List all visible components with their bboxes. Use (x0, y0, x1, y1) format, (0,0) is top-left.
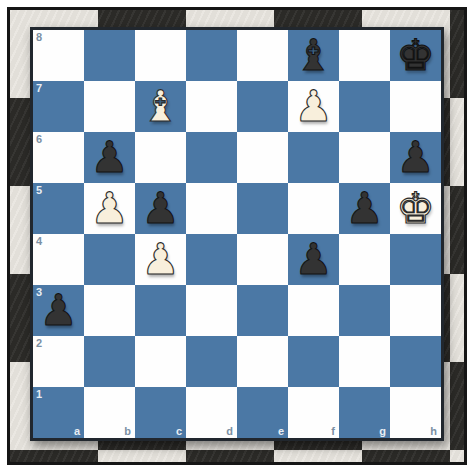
square-b3[interactable] (84, 285, 135, 336)
square-d8[interactable] (186, 30, 237, 81)
square-h6[interactable]: ♟ (390, 132, 441, 183)
file-label-f: f (331, 425, 335, 437)
square-b5[interactable]: ♟ (84, 183, 135, 234)
square-d6[interactable] (186, 132, 237, 183)
square-c4[interactable]: ♟ (135, 234, 186, 285)
file-label-b: b (124, 425, 131, 437)
square-b8[interactable] (84, 30, 135, 81)
square-a5[interactable]: 5 (33, 183, 84, 234)
piece-black-pawn[interactable]: ♟ (390, 132, 441, 183)
square-d3[interactable] (186, 285, 237, 336)
screenshot-root: 8♝♚7♝♟6♟♟5♟♟♟♚4♟♟3♟21abcdefgh (0, 0, 474, 471)
square-g7[interactable] (339, 81, 390, 132)
square-f3[interactable] (288, 285, 339, 336)
square-c6[interactable] (135, 132, 186, 183)
square-e4[interactable] (237, 234, 288, 285)
rank-label-4: 4 (36, 235, 42, 247)
piece-white-king[interactable]: ♚ (390, 183, 441, 234)
rank-label-1: 1 (36, 388, 42, 400)
square-e3[interactable] (237, 285, 288, 336)
square-f5[interactable] (288, 183, 339, 234)
square-a3[interactable]: 3♟ (33, 285, 84, 336)
square-d7[interactable] (186, 81, 237, 132)
file-label-d: d (226, 425, 233, 437)
square-d5[interactable] (186, 183, 237, 234)
square-f4[interactable]: ♟ (288, 234, 339, 285)
rank-label-8: 8 (36, 31, 42, 43)
square-c2[interactable] (135, 336, 186, 387)
file-label-a: a (74, 425, 80, 437)
rank-label-5: 5 (36, 184, 42, 196)
square-b2[interactable] (84, 336, 135, 387)
piece-white-bishop[interactable]: ♝ (135, 81, 186, 132)
square-c1[interactable]: c (135, 387, 186, 438)
square-c3[interactable] (135, 285, 186, 336)
square-a7[interactable]: 7 (33, 81, 84, 132)
piece-white-pawn[interactable]: ♟ (288, 81, 339, 132)
square-f6[interactable] (288, 132, 339, 183)
file-label-e: e (278, 425, 284, 437)
square-f8[interactable]: ♝ (288, 30, 339, 81)
square-e5[interactable] (237, 183, 288, 234)
piece-black-pawn[interactable]: ♟ (339, 183, 390, 234)
square-h7[interactable] (390, 81, 441, 132)
square-g1[interactable]: g (339, 387, 390, 438)
square-b1[interactable]: b (84, 387, 135, 438)
piece-white-pawn[interactable]: ♟ (135, 234, 186, 285)
rank-label-7: 7 (36, 82, 42, 94)
square-e6[interactable] (237, 132, 288, 183)
piece-black-pawn[interactable]: ♟ (288, 234, 339, 285)
square-b6[interactable]: ♟ (84, 132, 135, 183)
piece-black-pawn[interactable]: ♟ (84, 132, 135, 183)
file-label-g: g (379, 425, 386, 437)
piece-black-pawn[interactable]: ♟ (135, 183, 186, 234)
square-h8[interactable]: ♚ (390, 30, 441, 81)
file-label-h: h (430, 425, 437, 437)
square-c8[interactable] (135, 30, 186, 81)
square-b4[interactable] (84, 234, 135, 285)
file-label-c: c (176, 425, 182, 437)
square-g8[interactable] (339, 30, 390, 81)
square-h5[interactable]: ♚ (390, 183, 441, 234)
rank-label-2: 2 (36, 337, 42, 349)
piece-white-pawn[interactable]: ♟ (84, 183, 135, 234)
square-h2[interactable] (390, 336, 441, 387)
square-b7[interactable] (84, 81, 135, 132)
square-e2[interactable] (237, 336, 288, 387)
piece-black-pawn[interactable]: ♟ (33, 285, 84, 336)
square-a1[interactable]: 1a (33, 387, 84, 438)
chess-board: 8♝♚7♝♟6♟♟5♟♟♟♚4♟♟3♟21abcdefgh (30, 27, 444, 441)
square-h3[interactable] (390, 285, 441, 336)
rank-label-6: 6 (36, 133, 42, 145)
square-a2[interactable]: 2 (33, 336, 84, 387)
square-g4[interactable] (339, 234, 390, 285)
square-a4[interactable]: 4 (33, 234, 84, 285)
square-e7[interactable] (237, 81, 288, 132)
square-d1[interactable]: d (186, 387, 237, 438)
square-g3[interactable] (339, 285, 390, 336)
square-f7[interactable]: ♟ (288, 81, 339, 132)
square-g5[interactable]: ♟ (339, 183, 390, 234)
square-d4[interactable] (186, 234, 237, 285)
square-g2[interactable] (339, 336, 390, 387)
square-c5[interactable]: ♟ (135, 183, 186, 234)
square-e8[interactable] (237, 30, 288, 81)
square-h1[interactable]: h (390, 387, 441, 438)
square-f1[interactable]: f (288, 387, 339, 438)
piece-black-bishop[interactable]: ♝ (288, 30, 339, 81)
square-h4[interactable] (390, 234, 441, 285)
square-a8[interactable]: 8 (33, 30, 84, 81)
square-c7[interactable]: ♝ (135, 81, 186, 132)
square-d2[interactable] (186, 336, 237, 387)
square-e1[interactable]: e (237, 387, 288, 438)
square-g6[interactable] (339, 132, 390, 183)
piece-black-king[interactable]: ♚ (390, 30, 441, 81)
square-a6[interactable]: 6 (33, 132, 84, 183)
square-f2[interactable] (288, 336, 339, 387)
